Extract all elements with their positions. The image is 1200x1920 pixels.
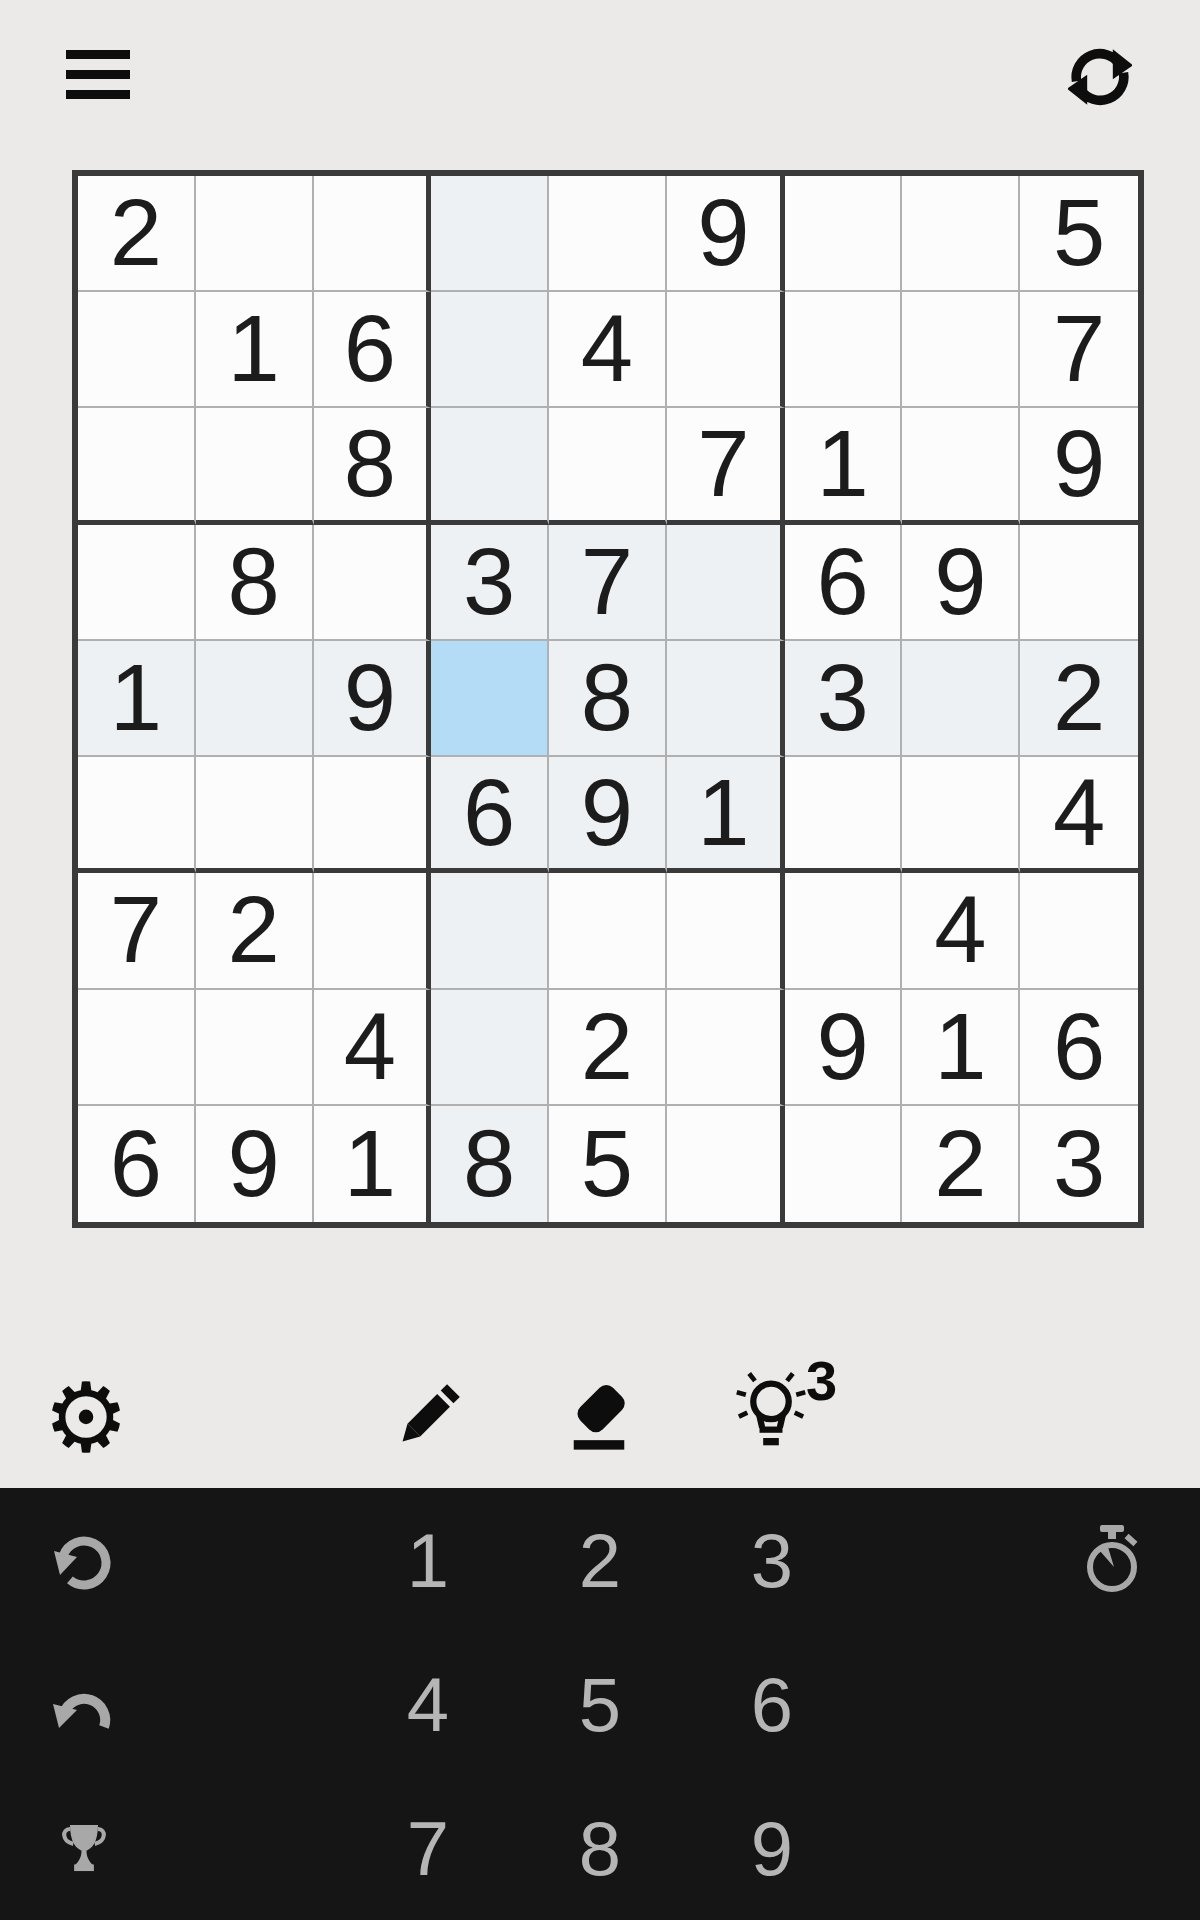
sudoku-cell-r5c5[interactable]: 8 — [549, 641, 667, 757]
numpad-8[interactable]: 8 — [540, 1776, 660, 1920]
sudoku-cell-r7c4[interactable] — [431, 873, 549, 989]
sudoku-cell-r3c9[interactable]: 9 — [1020, 408, 1138, 524]
sudoku-cell-r1c3[interactable] — [314, 176, 432, 292]
sudoku-cell-r5c4[interactable] — [431, 641, 549, 757]
sudoku-cell-r3c5[interactable] — [549, 408, 667, 524]
timer-button[interactable] — [1072, 1488, 1152, 1632]
sudoku-cell-r5c1[interactable]: 1 — [78, 641, 196, 757]
sudoku-cell-r9c9[interactable]: 3 — [1020, 1106, 1138, 1222]
sudoku-cell-r8c2[interactable] — [196, 990, 314, 1106]
sudoku-cell-r8c5[interactable]: 2 — [549, 990, 667, 1106]
sudoku-cell-r8c9[interactable]: 6 — [1020, 990, 1138, 1106]
sudoku-cell-r7c6[interactable] — [667, 873, 785, 989]
sudoku-cell-r2c2[interactable]: 1 — [196, 292, 314, 408]
hamburger-icon — [66, 50, 132, 99]
sudoku-cell-r2c1[interactable] — [78, 292, 196, 408]
sudoku-cell-r8c3[interactable]: 4 — [314, 990, 432, 1106]
sudoku-cell-r4c5[interactable]: 7 — [549, 525, 667, 641]
sudoku-cell-r3c7[interactable]: 1 — [785, 408, 903, 524]
sudoku-cell-r1c8[interactable] — [902, 176, 1020, 292]
sudoku-cell-r5c3[interactable]: 9 — [314, 641, 432, 757]
hint-count-badge: 3 — [806, 1348, 837, 1413]
sudoku-cell-r6c6[interactable]: 1 — [667, 757, 785, 873]
sudoku-cell-r8c7[interactable]: 9 — [785, 990, 903, 1106]
sudoku-cell-r4c6[interactable] — [667, 525, 785, 641]
sudoku-cell-r7c3[interactable] — [314, 873, 432, 989]
sudoku-cell-r6c3[interactable] — [314, 757, 432, 873]
pencil-icon — [386, 1374, 470, 1458]
sudoku-cell-r9c1[interactable]: 6 — [78, 1106, 196, 1222]
sudoku-cell-r2c9[interactable]: 7 — [1020, 292, 1138, 408]
numpad-2[interactable]: 2 — [540, 1488, 660, 1632]
sudoku-cell-r8c4[interactable] — [431, 990, 549, 1106]
sudoku-cell-r5c9[interactable]: 2 — [1020, 641, 1138, 757]
sudoku-cell-r6c5[interactable]: 9 — [549, 757, 667, 873]
sudoku-cell-r1c1[interactable]: 2 — [78, 176, 196, 292]
new-game-button[interactable] — [1068, 42, 1132, 112]
number-pad: 1 2 3 4 5 6 7 8 9 — [0, 1488, 1200, 1920]
undo-arrow-icon — [48, 1675, 120, 1733]
sudoku-cell-r9c3[interactable]: 1 — [314, 1106, 432, 1222]
sudoku-cell-r4c9[interactable] — [1020, 525, 1138, 641]
hint-button[interactable] — [731, 1366, 811, 1462]
sudoku-cell-r4c7[interactable]: 6 — [785, 525, 903, 641]
sudoku-cell-r7c9[interactable] — [1020, 873, 1138, 989]
sudoku-cell-r7c5[interactable] — [549, 873, 667, 989]
settings-button[interactable]: ⚙ — [34, 1366, 138, 1470]
sudoku-cell-r4c1[interactable] — [78, 525, 196, 641]
numpad-9[interactable]: 9 — [712, 1776, 832, 1920]
numpad-1[interactable]: 1 — [368, 1488, 488, 1632]
sudoku-cell-r9c7[interactable] — [785, 1106, 903, 1222]
sudoku-cell-r5c8[interactable] — [902, 641, 1020, 757]
rotate-ccw-icon — [51, 1529, 117, 1591]
sudoku-cell-r6c1[interactable] — [78, 757, 196, 873]
trophy-icon — [56, 1815, 112, 1881]
sudoku-cell-r2c5[interactable]: 4 — [549, 292, 667, 408]
sudoku-cell-r1c9[interactable]: 5 — [1020, 176, 1138, 292]
menu-button[interactable] — [66, 50, 132, 102]
sudoku-cell-r6c9[interactable]: 4 — [1020, 757, 1138, 873]
sudoku-cell-r6c4[interactable]: 6 — [431, 757, 549, 873]
sudoku-cell-r3c1[interactable] — [78, 408, 196, 524]
numpad-4[interactable]: 4 — [368, 1632, 488, 1776]
sudoku-cell-r4c2[interactable]: 8 — [196, 525, 314, 641]
reset-button[interactable] — [44, 1488, 124, 1632]
sudoku-cell-r6c8[interactable] — [902, 757, 1020, 873]
eraser-icon — [559, 1378, 639, 1456]
sudoku-cell-r9c4[interactable]: 8 — [431, 1106, 549, 1222]
sudoku-cell-r3c3[interactable]: 8 — [314, 408, 432, 524]
sudoku-cell-r8c1[interactable] — [78, 990, 196, 1106]
numpad-6[interactable]: 6 — [712, 1632, 832, 1776]
sudoku-cell-r5c2[interactable] — [196, 641, 314, 757]
sudoku-cell-r1c4[interactable] — [431, 176, 549, 292]
stopwatch-icon — [1084, 1525, 1140, 1595]
sudoku-cell-r2c3[interactable]: 6 — [314, 292, 432, 408]
sudoku-cell-r4c3[interactable] — [314, 525, 432, 641]
sudoku-cell-r3c6[interactable]: 7 — [667, 408, 785, 524]
notes-button[interactable] — [386, 1374, 470, 1458]
sudoku-cell-r1c6[interactable]: 9 — [667, 176, 785, 292]
sudoku-cell-r8c6[interactable] — [667, 990, 785, 1106]
sudoku-cell-r2c7[interactable] — [785, 292, 903, 408]
sudoku-cell-r7c8[interactable]: 4 — [902, 873, 1020, 989]
sudoku-cell-r9c2[interactable]: 9 — [196, 1106, 314, 1222]
lightbulb-icon — [731, 1366, 811, 1462]
sudoku-cell-r4c4[interactable]: 3 — [431, 525, 549, 641]
sudoku-cell-r5c6[interactable] — [667, 641, 785, 757]
sudoku-cell-r9c8[interactable]: 2 — [902, 1106, 1020, 1222]
sudoku-cell-r4c8[interactable]: 9 — [902, 525, 1020, 641]
sudoku-cell-r2c4[interactable] — [431, 292, 549, 408]
undo-button[interactable] — [44, 1632, 124, 1776]
numpad-5[interactable]: 5 — [540, 1632, 660, 1776]
numpad-3[interactable]: 3 — [712, 1488, 832, 1632]
sudoku-cell-r1c7[interactable] — [785, 176, 903, 292]
sudoku-cell-r2c6[interactable] — [667, 292, 785, 408]
sudoku-cell-r5c7[interactable]: 3 — [785, 641, 903, 757]
sudoku-cell-r3c4[interactable] — [431, 408, 549, 524]
sudoku-app: 2951647871983769198326914724429166918523… — [0, 0, 1200, 1920]
sudoku-cell-r7c2[interactable]: 2 — [196, 873, 314, 989]
sudoku-cell-r1c2[interactable] — [196, 176, 314, 292]
sudoku-cell-r9c6[interactable] — [667, 1106, 785, 1222]
sudoku-cell-r7c1[interactable]: 7 — [78, 873, 196, 989]
sudoku-cell-r9c5[interactable]: 5 — [549, 1106, 667, 1222]
sudoku-cell-r6c2[interactable] — [196, 757, 314, 873]
sudoku-cell-r7c7[interactable] — [785, 873, 903, 989]
sudoku-board: 2951647871983769198326914724429166918523 — [72, 170, 1144, 1228]
sudoku-cell-r2c8[interactable] — [902, 292, 1020, 408]
achievements-button[interactable] — [44, 1776, 124, 1920]
sudoku-cell-r6c7[interactable] — [785, 757, 903, 873]
sudoku-cell-r8c8[interactable]: 1 — [902, 990, 1020, 1106]
gear-icon: ⚙ — [43, 1362, 129, 1474]
sudoku-cell-r1c5[interactable] — [549, 176, 667, 292]
sudoku-cell-r3c8[interactable] — [902, 408, 1020, 524]
eraser-button[interactable] — [559, 1378, 639, 1456]
sudoku-cell-r3c2[interactable] — [196, 408, 314, 524]
refresh-icon — [1068, 42, 1132, 112]
numpad-7[interactable]: 7 — [368, 1776, 488, 1920]
